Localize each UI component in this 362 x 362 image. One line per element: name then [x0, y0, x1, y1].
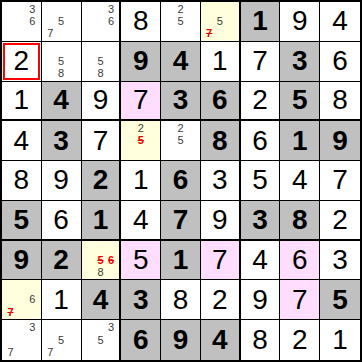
- cell-r2c7[interactable]: 7: [241, 42, 281, 82]
- candidate-digit: 6: [27, 15, 38, 27]
- empty-candidate-slot: [16, 15, 27, 27]
- cell-r5c7[interactable]: 5: [241, 161, 281, 201]
- candidate-grid: 57: [201, 2, 239, 41]
- given-digit: 4: [173, 47, 189, 75]
- candidate-grid: 58: [42, 42, 81, 81]
- solved-digit: 2: [292, 326, 308, 354]
- empty-candidate-slot: [146, 147, 157, 159]
- cell-r1c5[interactable]: 25: [161, 2, 201, 42]
- cell-r4c2[interactable]: 3: [42, 121, 82, 161]
- empty-candidate-slot: [16, 346, 27, 359]
- cell-r6c5[interactable]: 7: [161, 201, 201, 241]
- given-digit: 1: [93, 206, 109, 234]
- solved-digit: 1: [332, 326, 348, 354]
- empty-candidate-slot: [5, 28, 16, 40]
- given-digit: 1: [173, 246, 189, 274]
- empty-candidate-slot: [5, 281, 16, 293]
- solved-digit: 6: [292, 246, 308, 274]
- cell-r2c3[interactable]: 58: [82, 42, 122, 82]
- empty-candidate-slot: [16, 334, 27, 347]
- given-digit: 7: [173, 206, 189, 234]
- cell-r9c5[interactable]: 9: [161, 320, 201, 360]
- cell-r7c3[interactable]: 568: [82, 241, 122, 281]
- given-digit: 2: [53, 246, 69, 274]
- given-digit: 9: [133, 47, 149, 75]
- empty-candidate-slot: [85, 28, 96, 40]
- solved-digit: 9: [212, 206, 228, 234]
- empty-candidate-slot: [135, 147, 146, 159]
- cell-r7c7[interactable]: 4: [241, 241, 281, 281]
- empty-candidate-slot: [106, 334, 117, 347]
- candidate-digit: 5: [214, 15, 225, 27]
- empty-candidate-slot: [67, 55, 78, 67]
- empty-candidate-slot: [67, 321, 78, 334]
- cell-r8c1[interactable]: 67: [2, 280, 42, 320]
- candidate-digit: 2: [135, 122, 146, 134]
- candidate-digit: 3: [27, 321, 38, 334]
- cell-r5c2[interactable]: 9: [42, 161, 82, 201]
- cell-r4c6[interactable]: 8: [201, 121, 241, 161]
- solved-digit: 2: [252, 86, 268, 114]
- cell-r3c4[interactable]: 7: [121, 82, 161, 122]
- empty-candidate-slot: [106, 55, 117, 67]
- eliminated-candidate-digit: 6: [106, 254, 117, 266]
- empty-candidate-slot: [204, 3, 215, 15]
- solved-digit: 8: [252, 326, 268, 354]
- empty-candidate-slot: [106, 266, 117, 278]
- empty-candidate-slot: [5, 15, 16, 27]
- solved-digit: 7: [212, 246, 228, 274]
- candidate-grid: 25: [121, 121, 160, 160]
- candidate-digit: 8: [95, 266, 106, 278]
- empty-candidate-slot: [186, 15, 197, 27]
- empty-candidate-slot: [186, 28, 197, 40]
- empty-candidate-slot: [45, 334, 56, 347]
- cell-r2c2[interactable]: 58: [42, 42, 82, 82]
- empty-candidate-slot: [225, 3, 236, 15]
- eliminated-candidate-digit: 5: [95, 254, 106, 266]
- empty-candidate-slot: [95, 242, 106, 254]
- empty-candidate-slot: [85, 254, 96, 266]
- cell-r5c5[interactable]: 6: [161, 161, 201, 201]
- given-digit: 3: [133, 286, 149, 314]
- solved-digit: 9: [252, 286, 268, 314]
- empty-candidate-slot: [85, 3, 96, 15]
- cell-r6c1[interactable]: 5: [2, 201, 42, 241]
- cell-r5c3[interactable]: 2: [82, 161, 122, 201]
- empty-candidate-slot: [214, 3, 225, 15]
- empty-candidate-slot: [85, 266, 96, 278]
- cell-r9c2[interactable]: 57: [42, 320, 82, 360]
- cell-r1c8[interactable]: 9: [280, 2, 320, 42]
- candidate-digit: 6: [106, 15, 117, 27]
- empty-candidate-slot: [164, 28, 175, 40]
- empty-candidate-slot: [16, 294, 27, 306]
- cell-r2c9[interactable]: 6: [320, 42, 360, 82]
- cell-r8c7[interactable]: 9: [241, 280, 281, 320]
- cell-r7c4[interactable]: 5: [121, 241, 161, 281]
- cell-r7c8[interactable]: 6: [280, 241, 320, 281]
- solved-digit: 7: [332, 166, 348, 194]
- solved-digit: 8: [14, 166, 30, 194]
- empty-candidate-slot: [164, 147, 175, 159]
- cell-r3c9[interactable]: 8: [320, 82, 360, 122]
- cell-r7c6[interactable]: 7: [201, 241, 241, 281]
- empty-candidate-slot: [146, 135, 157, 147]
- empty-candidate-slot: [85, 242, 96, 254]
- empty-candidate-slot: [67, 346, 78, 359]
- empty-candidate-slot: [106, 43, 117, 55]
- cell-r2c4[interactable]: 9: [121, 42, 161, 82]
- cell-r1c9[interactable]: 4: [320, 2, 360, 42]
- candidate-grid: 37: [2, 320, 41, 360]
- cell-r8c6[interactable]: 2: [201, 280, 241, 320]
- given-digit: 4: [93, 286, 109, 314]
- solved-digit: 9: [93, 86, 109, 114]
- solved-digit: 5: [133, 246, 149, 274]
- given-digit: 6: [212, 86, 228, 114]
- solved-digit: 6: [332, 47, 348, 75]
- cell-r8c4[interactable]: 3: [121, 280, 161, 320]
- cell-r3c8[interactable]: 5: [280, 82, 320, 122]
- cell-r4c5[interactable]: 25: [161, 121, 201, 161]
- empty-candidate-slot: [204, 15, 215, 27]
- given-digit: 3: [173, 86, 189, 114]
- candidate-digit: 6: [27, 294, 38, 306]
- empty-candidate-slot: [85, 334, 96, 347]
- cell-r4c7[interactable]: 6: [241, 121, 281, 161]
- cell-r1c4[interactable]: 8: [121, 2, 161, 42]
- cell-r2c8[interactable]: 3: [280, 42, 320, 82]
- candidate-digit: 7: [45, 28, 56, 40]
- empty-candidate-slot: [106, 67, 117, 79]
- cell-r9c3[interactable]: 35: [82, 320, 122, 360]
- candidate-digit: 3: [106, 321, 117, 334]
- candidate-digit: 5: [95, 334, 106, 347]
- empty-candidate-slot: [225, 28, 236, 40]
- candidate-digit: 2: [175, 122, 186, 134]
- cell-r5c8[interactable]: 4: [280, 161, 320, 201]
- solved-digit: 8: [332, 86, 348, 114]
- candidate-digit: 5: [56, 334, 67, 347]
- empty-candidate-slot: [186, 147, 197, 159]
- solved-digit: 1: [212, 47, 228, 75]
- candidate-grid: 58: [82, 42, 120, 81]
- empty-candidate-slot: [5, 294, 16, 306]
- empty-candidate-slot: [146, 122, 157, 134]
- empty-candidate-slot: [56, 28, 67, 40]
- empty-candidate-slot: [106, 242, 117, 254]
- cell-r6c9[interactable]: 2: [320, 201, 360, 241]
- given-digit: 5: [292, 86, 308, 114]
- candidate-grid: 57: [42, 2, 81, 41]
- cell-r2c5[interactable]: 4: [161, 42, 201, 82]
- solved-digit: 4: [332, 7, 348, 35]
- empty-candidate-slot: [85, 321, 96, 334]
- empty-candidate-slot: [67, 28, 78, 40]
- solved-digit: 4: [14, 127, 30, 155]
- candidate-digit: 7: [45, 346, 56, 359]
- empty-candidate-slot: [95, 15, 106, 27]
- empty-candidate-slot: [16, 306, 27, 318]
- empty-candidate-slot: [56, 321, 67, 334]
- candidate-grid: 36: [82, 2, 120, 41]
- cell-r3c1[interactable]: 1: [2, 82, 42, 122]
- cell-r5c1[interactable]: 8: [2, 161, 42, 201]
- empty-candidate-slot: [16, 3, 27, 15]
- cell-r9c1[interactable]: 37: [2, 320, 42, 360]
- cell-r1c6[interactable]: 57: [201, 2, 241, 42]
- empty-candidate-slot: [5, 3, 16, 15]
- cell-r7c5[interactable]: 1: [161, 241, 201, 281]
- candidate-digit: 3: [27, 3, 38, 15]
- given-digit: 5: [332, 286, 348, 314]
- solved-digit: 8: [133, 7, 149, 35]
- empty-candidate-slot: [45, 321, 56, 334]
- empty-candidate-slot: [95, 346, 106, 359]
- cell-r7c9[interactable]: 3: [320, 241, 360, 281]
- given-digit: 2: [93, 166, 109, 194]
- empty-candidate-slot: [5, 334, 16, 347]
- cell-r6c4[interactable]: 4: [121, 201, 161, 241]
- empty-candidate-slot: [45, 55, 56, 67]
- given-digit: 3: [252, 206, 268, 234]
- empty-candidate-slot: [85, 43, 96, 55]
- cell-r3c5[interactable]: 3: [161, 82, 201, 122]
- candidate-grid: 57: [42, 320, 81, 360]
- cell-r8c8[interactable]: 7: [280, 280, 320, 320]
- given-digit: 9: [173, 326, 189, 354]
- cell-r7c1[interactable]: 9: [2, 241, 42, 281]
- cell-r4c9[interactable]: 9: [320, 121, 360, 161]
- empty-candidate-slot: [5, 321, 16, 334]
- cell-r2c1[interactable]: 2: [2, 42, 42, 82]
- given-digit: 4: [53, 86, 69, 114]
- given-digit: 6: [133, 326, 149, 354]
- empty-candidate-slot: [164, 122, 175, 134]
- cell-r8c9[interactable]: 5: [320, 280, 360, 320]
- empty-candidate-slot: [27, 334, 38, 347]
- empty-candidate-slot: [225, 15, 236, 27]
- cell-r8c5[interactable]: 8: [161, 280, 201, 320]
- cell-r3c7[interactable]: 2: [241, 82, 281, 122]
- solved-digit: 4: [252, 246, 268, 274]
- empty-candidate-slot: [27, 306, 38, 318]
- cell-r7c2[interactable]: 2: [42, 241, 82, 281]
- empty-candidate-slot: [186, 3, 197, 15]
- candidate-grid: 25: [161, 121, 200, 160]
- empty-candidate-slot: [85, 15, 96, 27]
- empty-candidate-slot: [67, 67, 78, 79]
- empty-candidate-slot: [45, 3, 56, 15]
- empty-candidate-slot: [164, 3, 175, 15]
- cell-r9c8[interactable]: 2: [280, 320, 320, 360]
- cell-r9c7[interactable]: 8: [241, 320, 281, 360]
- solved-digit: 3: [212, 166, 228, 194]
- given-digit: 5: [14, 206, 30, 234]
- solved-digit: 2: [332, 206, 348, 234]
- solved-digit: 4: [292, 166, 308, 194]
- cell-r6c8[interactable]: 8: [280, 201, 320, 241]
- empty-candidate-slot: [45, 43, 56, 55]
- solved-digit: 1: [14, 86, 30, 114]
- cell-r3c2[interactable]: 4: [42, 82, 82, 122]
- candidate-digit: 5: [56, 55, 67, 67]
- empty-candidate-slot: [124, 147, 135, 159]
- empty-candidate-slot: [67, 43, 78, 55]
- solved-digit: 7: [252, 47, 268, 75]
- empty-candidate-slot: [186, 135, 197, 147]
- solved-digit: 2: [212, 286, 228, 314]
- cell-r3c3[interactable]: 9: [82, 82, 122, 122]
- solved-digit: 7: [292, 286, 308, 314]
- candidate-grid: 568: [82, 241, 120, 280]
- empty-candidate-slot: [164, 135, 175, 147]
- eliminated-candidate-digit: 7: [204, 28, 215, 40]
- given-digit: 3: [53, 127, 69, 155]
- empty-candidate-slot: [124, 122, 135, 134]
- cell-r8c3[interactable]: 4: [82, 280, 122, 320]
- empty-candidate-slot: [16, 281, 27, 293]
- empty-candidate-slot: [27, 28, 38, 40]
- solved-digit: 8: [173, 286, 189, 314]
- given-digit: 1: [252, 7, 268, 35]
- empty-candidate-slot: [56, 3, 67, 15]
- empty-candidate-slot: [56, 346, 67, 359]
- cell-r1c2[interactable]: 57: [42, 2, 82, 42]
- eliminated-candidate-digit: 5: [135, 135, 146, 147]
- empty-candidate-slot: [95, 28, 106, 40]
- cell-r9c6[interactable]: 4: [201, 320, 241, 360]
- cell-r1c7[interactable]: 1: [241, 2, 281, 42]
- empty-candidate-slot: [45, 67, 56, 79]
- solved-digit: 6: [53, 206, 69, 234]
- cell-r4c8[interactable]: 1: [280, 121, 320, 161]
- empty-candidate-slot: [186, 122, 197, 134]
- candidate-digit: 5: [175, 135, 186, 147]
- given-digit: 8: [292, 206, 308, 234]
- candidate-grid: 36: [2, 2, 41, 41]
- empty-candidate-slot: [214, 28, 225, 40]
- empty-candidate-slot: [124, 135, 135, 147]
- empty-candidate-slot: [95, 321, 106, 334]
- empty-candidate-slot: [67, 15, 78, 27]
- candidate-digit: 7: [5, 346, 16, 359]
- empty-candidate-slot: [45, 15, 56, 27]
- given-digit: 1: [292, 127, 308, 155]
- cell-r5c9[interactable]: 7: [320, 161, 360, 201]
- cell-r5c6[interactable]: 3: [201, 161, 241, 201]
- cell-r3c6[interactable]: 6: [201, 82, 241, 122]
- candidate-grid: 35: [82, 320, 120, 360]
- solved-digit: 6: [252, 127, 268, 155]
- given-digit: 4: [212, 326, 228, 354]
- empty-candidate-slot: [164, 15, 175, 27]
- solved-digit: 3: [332, 246, 348, 274]
- solved-digit: 1: [53, 286, 69, 314]
- empty-candidate-slot: [56, 43, 67, 55]
- given-digit: 3: [292, 47, 308, 75]
- cell-r8c2[interactable]: 1: [42, 280, 82, 320]
- solved-digit: 7: [93, 127, 109, 155]
- cell-r4c3[interactable]: 7: [82, 121, 122, 161]
- empty-candidate-slot: [85, 67, 96, 79]
- empty-candidate-slot: [175, 28, 186, 40]
- solved-digit: 2: [14, 47, 30, 75]
- given-digit: 9: [332, 127, 348, 155]
- given-digit: 6: [173, 166, 189, 194]
- cell-r9c9[interactable]: 1: [320, 320, 360, 360]
- solved-digit: 4: [133, 206, 149, 234]
- candidate-digit: 8: [95, 67, 106, 79]
- empty-candidate-slot: [27, 281, 38, 293]
- cell-r4c1[interactable]: 4: [2, 121, 42, 161]
- candidate-digit: 8: [56, 67, 67, 79]
- empty-candidate-slot: [95, 43, 106, 55]
- solved-digit: 5: [252, 166, 268, 194]
- candidate-digit: 2: [175, 3, 186, 15]
- empty-candidate-slot: [67, 3, 78, 15]
- empty-candidate-slot: [16, 28, 27, 40]
- given-digit: 8: [212, 127, 228, 155]
- candidate-grid: 67: [2, 280, 41, 319]
- empty-candidate-slot: [106, 28, 117, 40]
- solved-digit: 7: [133, 86, 149, 114]
- cell-r1c3[interactable]: 36: [82, 2, 122, 42]
- solved-digit: 9: [53, 166, 69, 194]
- empty-candidate-slot: [27, 346, 38, 359]
- solved-digit: 1: [133, 166, 149, 194]
- empty-candidate-slot: [175, 147, 186, 159]
- cell-r6c6[interactable]: 9: [201, 201, 241, 241]
- empty-candidate-slot: [85, 55, 96, 67]
- cell-r6c3[interactable]: 1: [82, 201, 122, 241]
- empty-candidate-slot: [95, 3, 106, 15]
- solved-digit: 9: [292, 7, 308, 35]
- given-digit: 9: [14, 246, 30, 274]
- cell-r6c2[interactable]: 6: [42, 201, 82, 241]
- empty-candidate-slot: [106, 346, 117, 359]
- candidate-digit: 5: [175, 15, 186, 27]
- empty-candidate-slot: [85, 346, 96, 359]
- eliminated-candidate-digit: 7: [5, 306, 16, 318]
- cell-r1c1[interactable]: 36: [2, 2, 42, 42]
- candidate-grid: 25: [161, 2, 200, 41]
- cell-r9c4[interactable]: 6: [121, 320, 161, 360]
- candidate-digit: 5: [56, 15, 67, 27]
- empty-candidate-slot: [67, 334, 78, 347]
- cell-r6c7[interactable]: 3: [241, 201, 281, 241]
- empty-candidate-slot: [16, 321, 27, 334]
- candidate-digit: 5: [95, 55, 106, 67]
- candidate-digit: 3: [106, 3, 117, 15]
- cell-r4c4[interactable]: 25: [121, 121, 161, 161]
- cell-r2c6[interactable]: 1: [201, 42, 241, 82]
- cell-r5c4[interactable]: 1: [121, 161, 161, 201]
- sudoku-board: 3657368255719425858941736149736258437252…: [0, 0, 362, 362]
